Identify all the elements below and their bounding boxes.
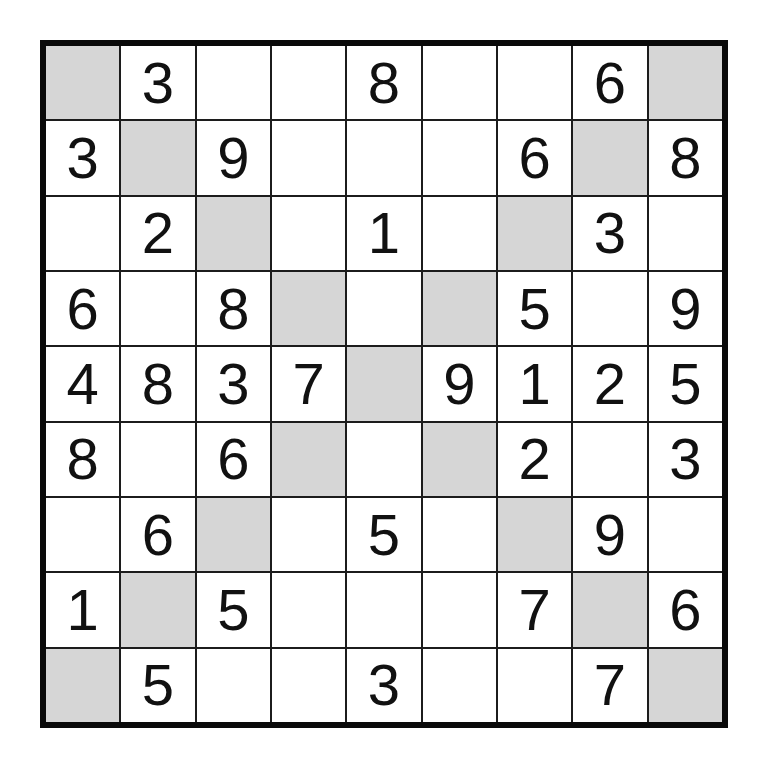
cell-r2c3[interactable]: 9 <box>197 121 270 194</box>
cell-r8c3[interactable]: 5 <box>197 573 270 646</box>
cell-r9c5[interactable]: 3 <box>347 649 420 722</box>
cell-r1c4[interactable] <box>272 46 345 119</box>
cell-r8c5[interactable] <box>347 573 420 646</box>
cell-r5c4[interactable]: 7 <box>272 347 345 420</box>
cell-r5c2[interactable]: 8 <box>121 347 194 420</box>
cell-r3c5[interactable]: 1 <box>347 197 420 270</box>
cell-r7c7[interactable] <box>498 498 571 571</box>
cell-r2c6[interactable] <box>423 121 496 194</box>
cell-r3c1[interactable] <box>46 197 119 270</box>
cell-r5c5[interactable] <box>347 347 420 420</box>
cell-r5c1[interactable]: 4 <box>46 347 119 420</box>
cell-r3c8[interactable]: 3 <box>573 197 646 270</box>
cell-r6c1[interactable]: 8 <box>46 423 119 496</box>
cell-r4c2[interactable] <box>121 272 194 345</box>
cell-r1c9[interactable] <box>649 46 722 119</box>
cell-r8c1[interactable]: 1 <box>46 573 119 646</box>
cell-r1c5[interactable]: 8 <box>347 46 420 119</box>
cell-r4c4[interactable] <box>272 272 345 345</box>
cell-r2c8[interactable] <box>573 121 646 194</box>
cell-r3c9[interactable] <box>649 197 722 270</box>
cell-r5c8[interactable]: 2 <box>573 347 646 420</box>
cell-r5c6[interactable]: 9 <box>423 347 496 420</box>
cell-r3c3[interactable] <box>197 197 270 270</box>
cell-r6c8[interactable] <box>573 423 646 496</box>
cell-r8c7[interactable]: 7 <box>498 573 571 646</box>
cell-r4c1[interactable]: 6 <box>46 272 119 345</box>
cell-r9c2[interactable]: 5 <box>121 649 194 722</box>
cell-r6c9[interactable]: 3 <box>649 423 722 496</box>
cell-r2c5[interactable] <box>347 121 420 194</box>
cell-r6c5[interactable] <box>347 423 420 496</box>
cell-r6c7[interactable]: 2 <box>498 423 571 496</box>
cell-r7c2[interactable]: 6 <box>121 498 194 571</box>
cell-r8c6[interactable] <box>423 573 496 646</box>
cell-r1c7[interactable] <box>498 46 571 119</box>
cell-r5c9[interactable]: 5 <box>649 347 722 420</box>
cell-r7c1[interactable] <box>46 498 119 571</box>
cell-r2c9[interactable]: 8 <box>649 121 722 194</box>
cell-r5c7[interactable]: 1 <box>498 347 571 420</box>
cell-r1c6[interactable] <box>423 46 496 119</box>
cell-r3c4[interactable] <box>272 197 345 270</box>
cell-r2c1[interactable]: 3 <box>46 121 119 194</box>
cell-r8c2[interactable] <box>121 573 194 646</box>
cell-r7c6[interactable] <box>423 498 496 571</box>
cell-r1c1[interactable] <box>46 46 119 119</box>
cell-r1c2[interactable]: 3 <box>121 46 194 119</box>
page-background: 386396821368594837912586236591576537 <box>0 0 768 768</box>
cell-r9c3[interactable] <box>197 649 270 722</box>
cell-r8c9[interactable]: 6 <box>649 573 722 646</box>
cell-r4c6[interactable] <box>423 272 496 345</box>
cell-r4c5[interactable] <box>347 272 420 345</box>
cell-r3c7[interactable] <box>498 197 571 270</box>
cell-r9c6[interactable] <box>423 649 496 722</box>
cell-r9c8[interactable]: 7 <box>573 649 646 722</box>
cell-r7c9[interactable] <box>649 498 722 571</box>
cell-r9c9[interactable] <box>649 649 722 722</box>
cell-r9c7[interactable] <box>498 649 571 722</box>
cell-r3c2[interactable]: 2 <box>121 197 194 270</box>
cell-r1c3[interactable] <box>197 46 270 119</box>
cell-r7c5[interactable]: 5 <box>347 498 420 571</box>
cell-r9c4[interactable] <box>272 649 345 722</box>
cell-r4c9[interactable]: 9 <box>649 272 722 345</box>
cell-r2c4[interactable] <box>272 121 345 194</box>
cell-r4c3[interactable]: 8 <box>197 272 270 345</box>
cell-r5c3[interactable]: 3 <box>197 347 270 420</box>
cell-r7c4[interactable] <box>272 498 345 571</box>
cell-r6c3[interactable]: 6 <box>197 423 270 496</box>
cell-r1c8[interactable]: 6 <box>573 46 646 119</box>
cell-r2c2[interactable] <box>121 121 194 194</box>
cell-r6c2[interactable] <box>121 423 194 496</box>
cell-r7c3[interactable] <box>197 498 270 571</box>
sudoku-board: 386396821368594837912586236591576537 <box>40 40 728 728</box>
cell-r6c4[interactable] <box>272 423 345 496</box>
cell-r4c7[interactable]: 5 <box>498 272 571 345</box>
cell-r3c6[interactable] <box>423 197 496 270</box>
cell-r9c1[interactable] <box>46 649 119 722</box>
cell-r7c8[interactable]: 9 <box>573 498 646 571</box>
cell-r8c4[interactable] <box>272 573 345 646</box>
cell-r2c7[interactable]: 6 <box>498 121 571 194</box>
cell-r6c6[interactable] <box>423 423 496 496</box>
cell-r8c8[interactable] <box>573 573 646 646</box>
cell-r4c8[interactable] <box>573 272 646 345</box>
